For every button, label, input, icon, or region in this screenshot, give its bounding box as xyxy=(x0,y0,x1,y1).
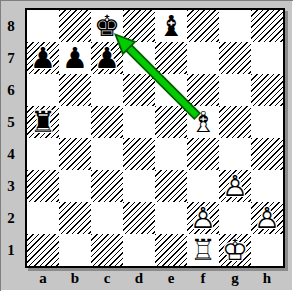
piece-black-pawn-a7[interactable]: ♟♟ xyxy=(27,42,59,74)
square-a1[interactable] xyxy=(27,234,59,266)
board-grid: ♚♚♝♝♟♟♟♟♟♟♜♜♝♗♟♙♟♙♟♙♜♖♚♔ xyxy=(27,10,283,266)
square-g8[interactable] xyxy=(219,10,251,42)
square-b8[interactable] xyxy=(59,10,91,42)
square-d5[interactable] xyxy=(123,106,155,138)
square-f3[interactable] xyxy=(187,170,219,202)
square-g4[interactable] xyxy=(219,138,251,170)
square-a8[interactable] xyxy=(27,10,59,42)
square-h5[interactable] xyxy=(251,106,283,138)
square-h3[interactable] xyxy=(251,170,283,202)
square-c8[interactable]: ♚♚ xyxy=(91,10,123,42)
piece-black-king-c8[interactable]: ♚♚ xyxy=(91,10,123,42)
square-g1[interactable]: ♚♔ xyxy=(219,234,251,266)
square-f8[interactable] xyxy=(187,10,219,42)
file-label-f: f xyxy=(187,269,219,287)
square-g2[interactable] xyxy=(219,202,251,234)
piece-glyph: ♟ xyxy=(91,42,123,74)
square-c2[interactable] xyxy=(91,202,123,234)
square-h8[interactable] xyxy=(251,10,283,42)
square-e6[interactable] xyxy=(155,74,187,106)
square-a2[interactable] xyxy=(27,202,59,234)
square-f4[interactable] xyxy=(187,138,219,170)
piece-glyph: ♟ xyxy=(59,42,91,74)
square-h6[interactable] xyxy=(251,74,283,106)
rank-label-5: 5 xyxy=(0,106,22,138)
square-a3[interactable] xyxy=(27,170,59,202)
rank-label-7: 7 xyxy=(0,42,22,74)
square-e4[interactable] xyxy=(155,138,187,170)
square-c6[interactable] xyxy=(91,74,123,106)
square-f5[interactable]: ♝♗ xyxy=(187,106,219,138)
square-a5[interactable]: ♜♜ xyxy=(27,106,59,138)
rank-label-3: 3 xyxy=(0,170,22,202)
square-b1[interactable] xyxy=(59,234,91,266)
file-label-g: g xyxy=(219,269,251,287)
piece-black-pawn-b7[interactable]: ♟♟ xyxy=(59,42,91,74)
square-h2[interactable]: ♟♙ xyxy=(251,202,283,234)
square-e3[interactable] xyxy=(155,170,187,202)
file-label-b: b xyxy=(59,269,91,287)
square-g3[interactable]: ♟♙ xyxy=(219,170,251,202)
piece-glyph: ♗ xyxy=(187,106,219,138)
square-f1[interactable]: ♜♖ xyxy=(187,234,219,266)
file-label-e: e xyxy=(155,269,187,287)
file-label-a: a xyxy=(27,269,59,287)
square-d6[interactable] xyxy=(123,74,155,106)
piece-glyph: ♖ xyxy=(187,234,219,266)
piece-white-pawn-f2[interactable]: ♟♙ xyxy=(187,202,219,234)
square-g5[interactable] xyxy=(219,106,251,138)
square-c3[interactable] xyxy=(91,170,123,202)
rank-label-6: 6 xyxy=(0,74,22,106)
piece-glyph: ♝ xyxy=(155,10,187,42)
square-c1[interactable] xyxy=(91,234,123,266)
square-c7[interactable]: ♟♟ xyxy=(91,42,123,74)
square-d1[interactable] xyxy=(123,234,155,266)
piece-glyph: ♜ xyxy=(27,106,59,138)
piece-glyph: ♔ xyxy=(219,234,251,266)
square-f7[interactable] xyxy=(187,42,219,74)
square-d2[interactable] xyxy=(123,202,155,234)
square-a7[interactable]: ♟♟ xyxy=(27,42,59,74)
square-b2[interactable] xyxy=(59,202,91,234)
rank-label-8: 8 xyxy=(0,10,22,42)
piece-glyph: ♙ xyxy=(219,170,251,202)
square-a4[interactable] xyxy=(27,138,59,170)
square-h7[interactable] xyxy=(251,42,283,74)
square-e2[interactable] xyxy=(155,202,187,234)
piece-white-pawn-h2[interactable]: ♟♙ xyxy=(251,202,283,234)
file-label-d: d xyxy=(123,269,155,287)
piece-white-pawn-g3[interactable]: ♟♙ xyxy=(219,170,251,202)
file-label-c: c xyxy=(91,269,123,287)
piece-glyph: ♙ xyxy=(187,202,219,234)
square-b3[interactable] xyxy=(59,170,91,202)
chess-board: ♚♚♝♝♟♟♟♟♟♟♜♜♝♗♟♙♟♙♟♙♜♖♚♔ xyxy=(25,8,285,268)
chess-diagram: ♚♚♝♝♟♟♟♟♟♟♜♜♝♗♟♙♟♙♟♙♜♖♚♔ 87654321 abcdef… xyxy=(0,0,293,291)
square-d3[interactable] xyxy=(123,170,155,202)
square-f6[interactable] xyxy=(187,74,219,106)
piece-black-bishop-e8[interactable]: ♝♝ xyxy=(155,10,187,42)
piece-glyph: ♟ xyxy=(27,42,59,74)
rank-label-2: 2 xyxy=(0,202,22,234)
piece-white-rook-f1[interactable]: ♜♖ xyxy=(187,234,219,266)
square-e7[interactable] xyxy=(155,42,187,74)
square-b7[interactable]: ♟♟ xyxy=(59,42,91,74)
square-c4[interactable] xyxy=(91,138,123,170)
piece-white-king-g1[interactable]: ♚♔ xyxy=(219,234,251,266)
square-e5[interactable] xyxy=(155,106,187,138)
square-g6[interactable] xyxy=(219,74,251,106)
square-h1[interactable] xyxy=(251,234,283,266)
square-d4[interactable] xyxy=(123,138,155,170)
square-e8[interactable]: ♝♝ xyxy=(155,10,187,42)
square-c5[interactable] xyxy=(91,106,123,138)
square-b6[interactable] xyxy=(59,74,91,106)
square-d7[interactable] xyxy=(123,42,155,74)
piece-black-rook-a5[interactable]: ♜♜ xyxy=(27,106,59,138)
square-b4[interactable] xyxy=(59,138,91,170)
square-h4[interactable] xyxy=(251,138,283,170)
rank-label-1: 1 xyxy=(0,234,22,266)
square-d8[interactable] xyxy=(123,10,155,42)
square-f2[interactable]: ♟♙ xyxy=(187,202,219,234)
rank-label-4: 4 xyxy=(0,138,22,170)
square-a6[interactable] xyxy=(27,74,59,106)
square-e1[interactable] xyxy=(155,234,187,266)
square-g7[interactable] xyxy=(219,42,251,74)
piece-black-pawn-c7[interactable]: ♟♟ xyxy=(91,42,123,74)
piece-white-bishop-f5[interactable]: ♝♗ xyxy=(187,106,219,138)
piece-glyph: ♚ xyxy=(91,10,123,42)
file-label-h: h xyxy=(251,269,283,287)
square-b5[interactable] xyxy=(59,106,91,138)
piece-glyph: ♙ xyxy=(251,202,283,234)
